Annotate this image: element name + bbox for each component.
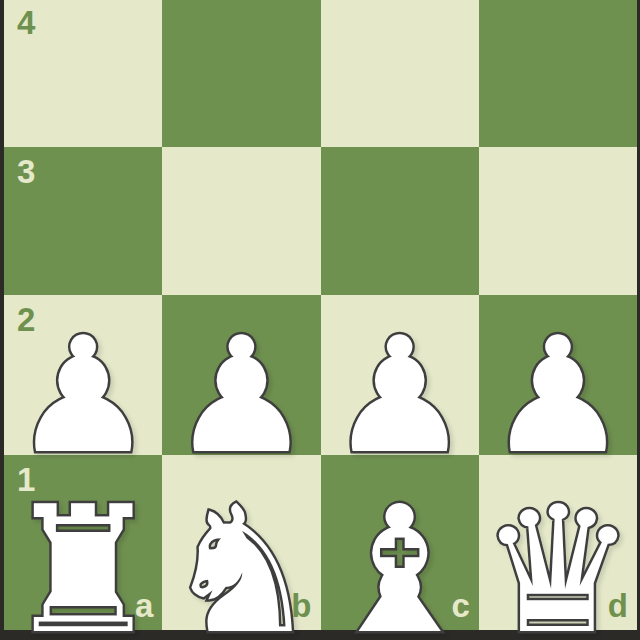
piece-white-pawn-a2[interactable]: ♟ xyxy=(11,316,154,476)
square-a4[interactable]: 4 xyxy=(4,0,162,147)
app-background: { "game": "chess", "view": { "descriptio… xyxy=(0,0,640,640)
square-a1[interactable]: 1a♜ xyxy=(4,455,162,630)
square-a2[interactable]: 2♟ xyxy=(4,295,162,455)
square-c3[interactable] xyxy=(321,147,479,296)
file-label-b: b xyxy=(291,589,311,622)
square-c2[interactable]: ♟ xyxy=(321,295,479,455)
piece-white-pawn-d2[interactable]: ♟ xyxy=(486,316,629,476)
square-b3[interactable] xyxy=(162,147,320,296)
square-d1[interactable]: d♛ xyxy=(479,455,637,630)
piece-white-pawn-b2[interactable]: ♟ xyxy=(170,316,313,476)
square-a3[interactable]: 3 xyxy=(4,147,162,296)
rank-label-3: 3 xyxy=(17,155,35,188)
square-d4[interactable] xyxy=(479,0,637,147)
chess-board: 432♟♟♟♟1a♜b♞c♝d♛ xyxy=(4,0,637,630)
file-label-a: a xyxy=(135,589,153,622)
square-b2[interactable]: ♟ xyxy=(162,295,320,455)
rank-label-2: 2 xyxy=(17,303,35,336)
rank-label-4: 4 xyxy=(17,6,35,39)
square-c4[interactable] xyxy=(321,0,479,147)
file-label-c: c xyxy=(451,589,469,622)
piece-white-pawn-c2[interactable]: ♟ xyxy=(328,316,471,476)
file-label-d: d xyxy=(608,589,628,622)
square-d2[interactable]: ♟ xyxy=(479,295,637,455)
rank-label-1: 1 xyxy=(17,463,35,496)
square-c1[interactable]: c♝ xyxy=(321,455,479,630)
square-b1[interactable]: b♞ xyxy=(162,455,320,630)
square-d3[interactable] xyxy=(479,147,637,296)
square-b4[interactable] xyxy=(162,0,320,147)
